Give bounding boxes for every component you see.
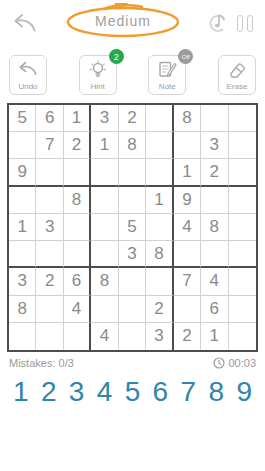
cell-r2c5[interactable]: 8 <box>119 132 146 159</box>
numpad-3[interactable]: 3 <box>69 378 85 406</box>
undo-button[interactable]: Undo <box>9 55 47 95</box>
cell-r1c6[interactable] <box>146 105 173 132</box>
cell-r1c2[interactable]: 6 <box>36 105 63 132</box>
undo-label: Undo <box>18 82 37 94</box>
cell-r7c4[interactable]: 8 <box>91 268 118 295</box>
cell-r9c7[interactable]: 2 <box>174 323 201 350</box>
cell-r7c3[interactable]: 6 <box>64 268 91 295</box>
cell-r1c4[interactable]: 3 <box>91 105 118 132</box>
cell-r2c6[interactable] <box>146 132 173 159</box>
cell-r1c9[interactable] <box>229 105 256 132</box>
lightbulb-icon <box>88 60 108 79</box>
erase-button[interactable]: Erase <box>218 55 256 95</box>
cell-r5c1[interactable]: 1 <box>9 214 36 241</box>
cell-r4c1[interactable] <box>9 187 36 214</box>
numpad-7[interactable]: 7 <box>181 378 197 406</box>
hint-label: Hint <box>91 82 105 94</box>
cell-r2c7[interactable] <box>174 132 201 159</box>
status-bar: Mistakes: 0/3 00:03 <box>0 357 265 369</box>
cell-r4c8[interactable] <box>201 187 228 214</box>
hint-count-badge: 2 <box>109 49 124 64</box>
toolbar: Undo 2 Hint Off Note <box>0 55 265 95</box>
timer-value: 00:03 <box>228 357 256 369</box>
cell-r2c1[interactable] <box>9 132 36 159</box>
cell-r6c4[interactable] <box>91 241 118 268</box>
timer: 00:03 <box>213 357 256 369</box>
note-label: Note <box>159 82 176 94</box>
cell-r5c5[interactable]: 5 <box>119 214 146 241</box>
cell-r7c6[interactable] <box>146 268 173 295</box>
cell-r9c5[interactable] <box>119 323 146 350</box>
cell-r4c3[interactable]: 8 <box>64 187 91 214</box>
cell-r8c3[interactable]: 4 <box>64 296 91 323</box>
cell-r9c2[interactable] <box>36 323 63 350</box>
cell-r1c3[interactable]: 1 <box>64 105 91 132</box>
cell-r4c5[interactable] <box>119 187 146 214</box>
music-icon[interactable] <box>206 12 228 34</box>
cell-r5c4[interactable] <box>91 214 118 241</box>
cell-r9c9[interactable] <box>229 323 256 350</box>
cell-r5c6[interactable] <box>146 214 173 241</box>
cell-r4c2[interactable] <box>36 187 63 214</box>
cell-r6c1[interactable] <box>9 241 36 268</box>
number-pad: 1 2 3 4 5 6 7 8 9 <box>0 378 265 406</box>
cell-r4c6[interactable]: 1 <box>146 187 173 214</box>
cell-r9c6[interactable]: 3 <box>146 323 173 350</box>
cell-r8c4[interactable] <box>91 296 118 323</box>
cell-r3c8[interactable]: 2 <box>201 159 228 186</box>
cell-r6c2[interactable] <box>36 241 63 268</box>
cell-r9c1[interactable] <box>9 323 36 350</box>
cell-r3c6[interactable] <box>146 159 173 186</box>
cell-r8c1[interactable]: 8 <box>9 296 36 323</box>
cell-r6c9[interactable] <box>229 241 256 268</box>
cell-r7c2[interactable]: 2 <box>36 268 63 295</box>
cell-r4c9[interactable] <box>229 187 256 214</box>
cell-r1c7[interactable]: 8 <box>174 105 201 132</box>
numpad-4[interactable]: 4 <box>97 378 113 406</box>
numpad-9[interactable]: 9 <box>236 378 252 406</box>
cell-r5c3[interactable] <box>64 214 91 241</box>
cell-r2c3[interactable]: 2 <box>64 132 91 159</box>
sudoku-board: 56132872183912819135483832687484264321 <box>7 103 258 352</box>
cell-r5c2[interactable]: 3 <box>36 214 63 241</box>
back-button[interactable] <box>12 12 40 34</box>
cell-r6c3[interactable] <box>64 241 91 268</box>
cell-r6c6[interactable]: 8 <box>146 241 173 268</box>
hint-button[interactable]: 2 Hint <box>79 55 117 95</box>
cell-r1c1[interactable]: 5 <box>9 105 36 132</box>
cell-r3c1[interactable]: 9 <box>9 159 36 186</box>
erase-label: Erase <box>227 82 248 94</box>
cell-r9c8[interactable]: 1 <box>201 323 228 350</box>
cell-r7c8[interactable]: 4 <box>201 268 228 295</box>
cell-r6c8[interactable] <box>201 241 228 268</box>
top-bar: Medium <box>0 0 265 40</box>
cell-r6c5[interactable]: 3 <box>119 241 146 268</box>
cell-r9c3[interactable] <box>64 323 91 350</box>
cell-r3c2[interactable] <box>36 159 63 186</box>
cell-r6c7[interactable] <box>174 241 201 268</box>
cell-r2c4[interactable]: 1 <box>91 132 118 159</box>
undo-icon <box>17 60 39 77</box>
note-button[interactable]: Off Note <box>148 55 186 95</box>
cell-r5c7[interactable]: 4 <box>174 214 201 241</box>
cell-r7c5[interactable] <box>119 268 146 295</box>
clock-icon <box>213 357 225 369</box>
eraser-icon <box>227 60 247 79</box>
cell-r4c7[interactable]: 9 <box>174 187 201 214</box>
difficulty-title[interactable]: Medium <box>64 3 182 39</box>
cell-r1c8[interactable] <box>201 105 228 132</box>
cell-r7c9[interactable] <box>229 268 256 295</box>
cell-r5c9[interactable] <box>229 214 256 241</box>
cell-r2c9[interactable] <box>229 132 256 159</box>
page-title: Medium <box>95 13 151 29</box>
cell-r9c4[interactable]: 4 <box>91 323 118 350</box>
mistakes-counter: Mistakes: 0/3 <box>9 357 74 369</box>
topbar-actions <box>206 12 253 34</box>
cell-r8c2[interactable] <box>36 296 63 323</box>
cell-r8c9[interactable] <box>229 296 256 323</box>
cell-r3c9[interactable] <box>229 159 256 186</box>
cell-r8c8[interactable]: 6 <box>201 296 228 323</box>
cell-r7c7[interactable]: 7 <box>174 268 201 295</box>
cell-r2c8[interactable]: 3 <box>201 132 228 159</box>
numpad-2[interactable]: 2 <box>41 378 57 406</box>
numpad-8[interactable]: 8 <box>208 378 224 406</box>
cell-r3c5[interactable] <box>119 159 146 186</box>
cell-r3c7[interactable]: 1 <box>174 159 201 186</box>
cell-r8c5[interactable] <box>119 296 146 323</box>
cell-r2c2[interactable]: 7 <box>36 132 63 159</box>
cell-r1c5[interactable]: 2 <box>119 105 146 132</box>
back-icon <box>12 13 38 33</box>
numpad-6[interactable]: 6 <box>153 378 169 406</box>
cell-r8c7[interactable] <box>174 296 201 323</box>
pause-icon[interactable] <box>237 15 253 32</box>
numpad-1[interactable]: 1 <box>13 378 29 406</box>
cell-r5c8[interactable]: 8 <box>201 214 228 241</box>
cell-r8c6[interactable]: 2 <box>146 296 173 323</box>
notepad-pencil-icon <box>157 60 177 79</box>
cell-r3c4[interactable] <box>91 159 118 186</box>
numpad-5[interactable]: 5 <box>125 378 141 406</box>
note-mode-badge: Off <box>178 49 193 64</box>
cell-r3c3[interactable] <box>64 159 91 186</box>
cell-r4c4[interactable] <box>91 187 118 214</box>
cell-r7c1[interactable]: 3 <box>9 268 36 295</box>
